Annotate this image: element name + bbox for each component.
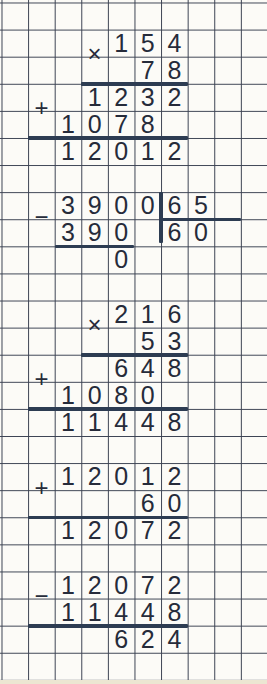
digit-cell: 6 <box>108 626 135 653</box>
sum-rule-line <box>28 136 188 140</box>
digit-cell: 3 <box>55 192 82 219</box>
digit-cell: 9 <box>81 192 108 219</box>
digit-cell: 2 <box>108 84 135 111</box>
digit-cell: 0 <box>108 219 135 246</box>
plus-operator: + <box>28 365 55 392</box>
digit-cell: 1 <box>55 382 82 409</box>
digit-cell: 4 <box>135 355 162 382</box>
plus-operator: + <box>28 94 55 121</box>
minus-operator: − <box>28 582 55 609</box>
digit-cell: 3 <box>135 84 162 111</box>
digit-cell: 1 <box>135 301 162 328</box>
digit-cell: 5 <box>135 30 162 57</box>
digit-cell: 2 <box>135 626 162 653</box>
division-bracket-vertical-bar <box>159 192 163 243</box>
digit-cell: 1 <box>55 138 82 165</box>
plus-operator: + <box>28 474 55 501</box>
digit-cell: 3 <box>161 328 188 355</box>
digit-cell: 6 <box>161 219 188 246</box>
digit-cell: 0 <box>108 192 135 219</box>
times-operator: × <box>81 40 108 67</box>
minus-operator: − <box>28 203 55 230</box>
digit-cell: 8 <box>161 57 188 84</box>
digit-cell: 2 <box>161 138 188 165</box>
digit-cell: 6 <box>161 301 188 328</box>
digit-cell: 2 <box>161 84 188 111</box>
digit-cell: 1 <box>55 111 82 138</box>
digit-cell: 0 <box>108 517 135 544</box>
digit-cell: 1 <box>55 599 82 626</box>
squared-paper-sheet: 1547812321078120123900653906002165364810… <box>0 0 267 684</box>
digit-cell: 8 <box>161 409 188 436</box>
digit-cell: 7 <box>135 57 162 84</box>
digit-cell: 8 <box>108 382 135 409</box>
sum-rule-line <box>161 218 241 222</box>
digit-cell: 0 <box>135 382 162 409</box>
digit-cell: 0 <box>81 111 108 138</box>
digit-cell: 8 <box>161 599 188 626</box>
digit-cell: 0 <box>81 382 108 409</box>
digit-cell: 0 <box>108 138 135 165</box>
digit-cell: 7 <box>135 517 162 544</box>
digit-cell: 1 <box>81 599 108 626</box>
digit-cell: 0 <box>135 192 162 219</box>
sum-rule-line <box>28 407 188 411</box>
digit-cell: 1 <box>135 463 162 490</box>
sum-rule-line <box>28 516 188 520</box>
digit-cell: 1 <box>81 409 108 436</box>
digit-cell: 7 <box>108 111 135 138</box>
digit-cell: 6 <box>161 192 188 219</box>
digit-cell: 5 <box>188 192 215 219</box>
digit-cell: 4 <box>108 409 135 436</box>
digit-cell: 1 <box>135 138 162 165</box>
digit-cell: 9 <box>81 219 108 246</box>
sum-rule-line <box>81 82 187 86</box>
digit-cell: 2 <box>108 301 135 328</box>
digit-cell: 1 <box>55 463 82 490</box>
sum-rule-line <box>81 353 187 357</box>
digit-cell: 4 <box>135 599 162 626</box>
digit-cell: 1 <box>81 84 108 111</box>
digit-cell: 7 <box>135 572 162 599</box>
digit-cell: 6 <box>108 355 135 382</box>
digit-cell: 1 <box>55 572 82 599</box>
digit-cell: 1 <box>55 409 82 436</box>
sum-rule-line <box>55 245 135 249</box>
digit-cell: 0 <box>108 463 135 490</box>
digit-cell: 2 <box>81 463 108 490</box>
digit-cell: 8 <box>161 355 188 382</box>
times-operator: × <box>81 311 108 338</box>
digit-cell: 4 <box>161 626 188 653</box>
digit-cell: 5 <box>135 328 162 355</box>
digit-cell: 2 <box>81 138 108 165</box>
paper-margin-strip <box>0 680 267 684</box>
digit-cell: 4 <box>108 599 135 626</box>
digit-cell: 6 <box>135 490 162 517</box>
digit-cell: 1 <box>108 30 135 57</box>
digit-cell: 0 <box>108 246 135 273</box>
digit-cell: 0 <box>108 572 135 599</box>
digit-cell: 0 <box>161 490 188 517</box>
digit-cell: 4 <box>161 30 188 57</box>
digit-cell: 2 <box>161 572 188 599</box>
digit-cell: 3 <box>55 219 82 246</box>
digit-cell: 0 <box>188 219 215 246</box>
digit-cell: 8 <box>135 111 162 138</box>
digit-cell: 2 <box>161 517 188 544</box>
digit-cell: 2 <box>161 463 188 490</box>
digit-cell: 2 <box>81 517 108 544</box>
digit-cell: 1 <box>55 517 82 544</box>
arithmetic-board: 1547812321078120123900653906002165364810… <box>0 0 267 684</box>
digit-cell: 4 <box>135 409 162 436</box>
digit-cell: 2 <box>81 572 108 599</box>
sum-rule-line <box>28 624 188 628</box>
